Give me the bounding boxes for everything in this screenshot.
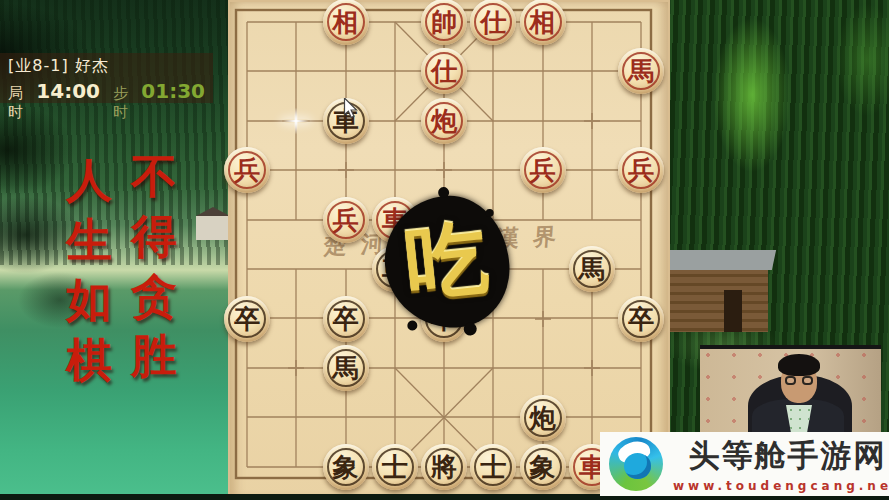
piece-red-elephant[interactable]: 相 [520,0,566,45]
piece-red-soldier[interactable]: 兵 [618,147,664,193]
piece-black-elephant[interactable]: 象 [520,444,566,490]
piece-red-cannon[interactable]: 炮 [421,98,467,144]
piece-red-elephant[interactable]: 相 [323,0,369,45]
piece-black-horse[interactable]: 馬 [323,345,369,391]
wood-cabin [666,268,768,332]
point-marker [338,162,354,178]
site-logo-icon [609,437,663,491]
point-marker [436,162,452,178]
move-time-value: 01:30 [141,79,205,103]
piece-black-advisor[interactable]: 士 [372,444,418,490]
game-time-label: 局时 [8,84,31,122]
site-text: 头等舱手游网 www.toudengcang.net [673,435,889,493]
point-marker [584,360,600,376]
move-time-label: 步时 [113,84,136,122]
clock-row: 局时 14:00 步时 01:30 [8,79,205,122]
piece-red-soldier[interactable]: 兵 [224,147,270,193]
piece-red-general[interactable]: 帥 [421,0,467,45]
piece-black-advisor[interactable]: 士 [470,444,516,490]
capture-label: 吃 [400,203,493,321]
streamer-hair [778,354,820,376]
webcam-video [700,345,881,432]
piece-black-elephant[interactable]: 象 [323,444,369,490]
piece-black-soldier[interactable]: 卒 [323,296,369,342]
site-url: www.toudengcang.net [673,479,889,493]
piece-red-soldier[interactable]: 兵 [520,147,566,193]
piece-black-soldier[interactable]: 卒 [618,296,664,342]
glasses-icon [784,376,814,385]
site-watermark-banner: 头等舱手游网 www.toudengcang.net [600,432,889,496]
piece-black-soldier[interactable]: 卒 [224,296,270,342]
lakeside-cottage [196,216,230,240]
point-marker [584,113,600,129]
ink-splatter [438,187,450,199]
piece-black-general[interactable]: 將 [421,444,467,490]
piece-black-horse[interactable]: 馬 [569,246,615,292]
calligraphy-left-column: 人生如棋 [62,150,116,390]
piece-black-cannon[interactable]: 炮 [520,395,566,441]
point-marker [535,311,551,327]
player-info-panel: [业8-1] 好杰 局时 14:00 步时 01:30 [0,53,213,103]
piece-red-soldier[interactable]: 兵 [323,197,369,243]
point-marker [288,360,304,376]
player-name: [业8-1] 好杰 [8,56,205,77]
stream-frame: 楚河 漢界 相帥仕相仕馬車炮兵兵兵兵車車馬卒卒卒卒馬炮象士將士象車 吃 [业8-… [0,0,889,500]
sparkle-effect-icon [282,107,310,135]
game-time-value: 14:00 [36,79,100,103]
site-name: 头等舱手游网 [688,435,886,477]
calligraphy-right-column: 不得贪胜 [127,146,181,386]
